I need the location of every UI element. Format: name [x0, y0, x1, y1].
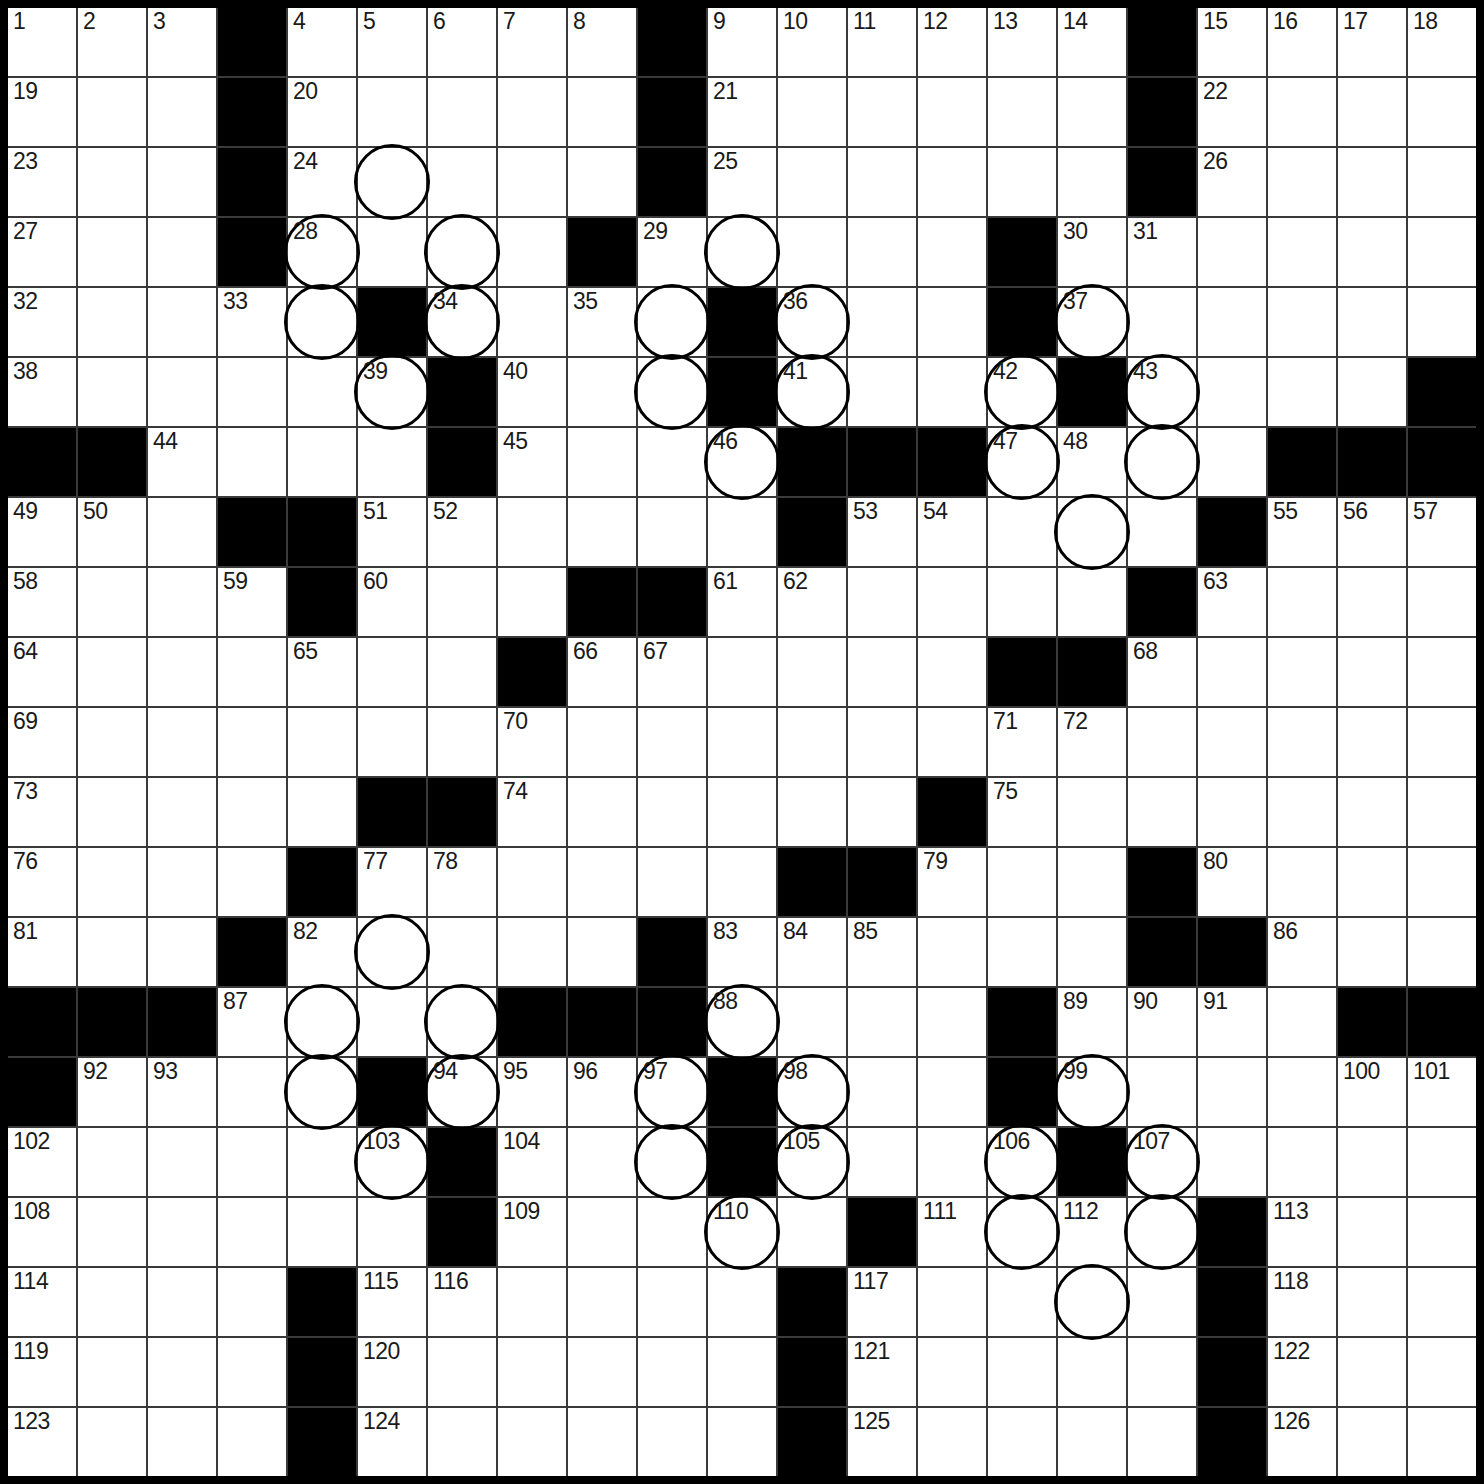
cell-r15c19[interactable]: 100	[1338, 1058, 1406, 1126]
cell-r0c12[interactable]: 11	[848, 8, 916, 76]
cell-r20c14[interactable]	[988, 1408, 1056, 1476]
cell-r5c3[interactable]	[218, 358, 286, 426]
cell-r11c17[interactable]	[1198, 778, 1266, 846]
cell-r2c8[interactable]	[568, 148, 636, 216]
cell-r4c19[interactable]	[1338, 288, 1406, 356]
cell-r7c9[interactable]	[638, 498, 706, 566]
cell-r20c16[interactable]	[1128, 1408, 1196, 1476]
cell-r13c8[interactable]	[568, 918, 636, 986]
cell-r1c13[interactable]	[918, 78, 986, 146]
cell-r15c12[interactable]	[848, 1058, 916, 1126]
cell-r11c10[interactable]	[708, 778, 776, 846]
cell-r3c1[interactable]	[78, 218, 146, 286]
cell-r8c10[interactable]: 61	[708, 568, 776, 636]
cell-r17c14[interactable]	[988, 1198, 1056, 1266]
cell-r9c8[interactable]: 66	[568, 638, 636, 706]
cell-r17c16[interactable]	[1128, 1198, 1196, 1266]
cell-r3c17[interactable]	[1198, 218, 1266, 286]
cell-r9c13[interactable]	[918, 638, 986, 706]
cell-r0c17[interactable]: 15	[1198, 8, 1266, 76]
cell-r2c20[interactable]	[1408, 148, 1476, 216]
cell-r3c12[interactable]	[848, 218, 916, 286]
cell-r0c14[interactable]: 13	[988, 8, 1056, 76]
cell-r16c18[interactable]	[1268, 1128, 1336, 1196]
cell-r19c6[interactable]	[428, 1338, 496, 1406]
cell-r18c1[interactable]	[78, 1268, 146, 1336]
cell-r7c0[interactable]: 49	[8, 498, 76, 566]
cell-r0c15[interactable]: 14	[1058, 8, 1126, 76]
cell-r7c2[interactable]	[148, 498, 216, 566]
cell-r6c15[interactable]: 48	[1058, 428, 1126, 496]
cell-r16c14[interactable]: 106	[988, 1128, 1056, 1196]
cell-r9c19[interactable]	[1338, 638, 1406, 706]
cell-r4c17[interactable]	[1198, 288, 1266, 356]
cell-r13c6[interactable]	[428, 918, 496, 986]
cell-r13c19[interactable]	[1338, 918, 1406, 986]
cell-r18c19[interactable]	[1338, 1268, 1406, 1336]
cell-r6c9[interactable]	[638, 428, 706, 496]
cell-r20c15[interactable]	[1058, 1408, 1126, 1476]
cell-r11c1[interactable]	[78, 778, 146, 846]
cell-r2c15[interactable]	[1058, 148, 1126, 216]
cell-r2c5[interactable]	[358, 148, 426, 216]
cell-r20c8[interactable]	[568, 1408, 636, 1476]
cell-r0c4[interactable]: 4	[288, 8, 356, 76]
cell-r14c3[interactable]: 87	[218, 988, 286, 1056]
cell-r10c10[interactable]	[708, 708, 776, 776]
cell-r18c18[interactable]: 118	[1268, 1268, 1336, 1336]
cell-r1c0[interactable]: 19	[8, 78, 76, 146]
cell-r19c9[interactable]	[638, 1338, 706, 1406]
cell-r17c19[interactable]	[1338, 1198, 1406, 1266]
cell-r13c11[interactable]: 84	[778, 918, 846, 986]
cell-r9c0[interactable]: 64	[8, 638, 76, 706]
cell-r9c12[interactable]	[848, 638, 916, 706]
cell-r18c20[interactable]	[1408, 1268, 1476, 1336]
cell-r5c1[interactable]	[78, 358, 146, 426]
cell-r16c4[interactable]	[288, 1128, 356, 1196]
cell-r1c8[interactable]	[568, 78, 636, 146]
cell-r1c18[interactable]	[1268, 78, 1336, 146]
cell-r4c18[interactable]	[1268, 288, 1336, 356]
cell-r19c0[interactable]: 119	[8, 1338, 76, 1406]
cell-r20c18[interactable]: 126	[1268, 1408, 1336, 1476]
cell-r14c5[interactable]	[358, 988, 426, 1056]
cell-r17c7[interactable]: 109	[498, 1198, 566, 1266]
cell-r16c3[interactable]	[218, 1128, 286, 1196]
cell-r0c0[interactable]: 1	[8, 8, 76, 76]
cell-r8c19[interactable]	[1338, 568, 1406, 636]
cell-r11c7[interactable]: 74	[498, 778, 566, 846]
cell-r18c16[interactable]	[1128, 1268, 1196, 1336]
cell-r2c11[interactable]	[778, 148, 846, 216]
cell-r8c12[interactable]	[848, 568, 916, 636]
cell-r12c18[interactable]	[1268, 848, 1336, 916]
cell-r7c16[interactable]	[1128, 498, 1196, 566]
cell-r20c9[interactable]	[638, 1408, 706, 1476]
cell-r12c14[interactable]	[988, 848, 1056, 916]
cell-r10c4[interactable]	[288, 708, 356, 776]
cell-r1c6[interactable]	[428, 78, 496, 146]
cell-r2c7[interactable]	[498, 148, 566, 216]
cell-r12c1[interactable]	[78, 848, 146, 916]
cell-r6c8[interactable]	[568, 428, 636, 496]
cell-r15c9[interactable]: 97	[638, 1058, 706, 1126]
cell-r5c5[interactable]: 39	[358, 358, 426, 426]
cell-r6c16[interactable]	[1128, 428, 1196, 496]
cell-r20c1[interactable]	[78, 1408, 146, 1476]
cell-r16c19[interactable]	[1338, 1128, 1406, 1196]
cell-r14c18[interactable]	[1268, 988, 1336, 1056]
cell-r15c16[interactable]	[1128, 1058, 1196, 1126]
cell-r2c13[interactable]	[918, 148, 986, 216]
cell-r7c19[interactable]: 56	[1338, 498, 1406, 566]
cell-r15c7[interactable]: 95	[498, 1058, 566, 1126]
cell-r2c12[interactable]	[848, 148, 916, 216]
cell-r12c3[interactable]	[218, 848, 286, 916]
cell-r19c3[interactable]	[218, 1338, 286, 1406]
cell-r2c6[interactable]	[428, 148, 496, 216]
cell-r12c7[interactable]	[498, 848, 566, 916]
cell-r16c11[interactable]: 105	[778, 1128, 846, 1196]
cell-r17c20[interactable]	[1408, 1198, 1476, 1266]
cell-r1c2[interactable]	[148, 78, 216, 146]
cell-r10c17[interactable]	[1198, 708, 1266, 776]
cell-r8c5[interactable]: 60	[358, 568, 426, 636]
cell-r3c18[interactable]	[1268, 218, 1336, 286]
cell-r11c3[interactable]	[218, 778, 286, 846]
cell-r7c6[interactable]: 52	[428, 498, 496, 566]
cell-r6c4[interactable]	[288, 428, 356, 496]
cell-r3c9[interactable]: 29	[638, 218, 706, 286]
cell-r7c12[interactable]: 53	[848, 498, 916, 566]
cell-r3c5[interactable]	[358, 218, 426, 286]
cell-r13c4[interactable]: 82	[288, 918, 356, 986]
cell-r10c15[interactable]: 72	[1058, 708, 1126, 776]
cell-r10c16[interactable]	[1128, 708, 1196, 776]
cell-r5c2[interactable]	[148, 358, 216, 426]
cell-r3c15[interactable]: 30	[1058, 218, 1126, 286]
cell-r4c13[interactable]	[918, 288, 986, 356]
cell-r17c1[interactable]	[78, 1198, 146, 1266]
cell-r16c7[interactable]: 104	[498, 1128, 566, 1196]
cell-r5c14[interactable]: 42	[988, 358, 1056, 426]
cell-r1c1[interactable]	[78, 78, 146, 146]
cell-r8c6[interactable]	[428, 568, 496, 636]
cell-r20c20[interactable]	[1408, 1408, 1476, 1476]
cell-r13c13[interactable]	[918, 918, 986, 986]
cell-r1c15[interactable]	[1058, 78, 1126, 146]
cell-r15c13[interactable]	[918, 1058, 986, 1126]
cell-r1c10[interactable]: 21	[708, 78, 776, 146]
cell-r19c12[interactable]: 121	[848, 1338, 916, 1406]
cell-r16c17[interactable]	[1198, 1128, 1266, 1196]
cell-r19c13[interactable]	[918, 1338, 986, 1406]
cell-r6c3[interactable]	[218, 428, 286, 496]
cell-r19c20[interactable]	[1408, 1338, 1476, 1406]
cell-r2c4[interactable]: 24	[288, 148, 356, 216]
cell-r1c17[interactable]: 22	[1198, 78, 1266, 146]
cell-r14c15[interactable]: 89	[1058, 988, 1126, 1056]
cell-r13c1[interactable]	[78, 918, 146, 986]
cell-r6c7[interactable]: 45	[498, 428, 566, 496]
cell-r7c18[interactable]: 55	[1268, 498, 1336, 566]
cell-r5c13[interactable]	[918, 358, 986, 426]
cell-r4c20[interactable]	[1408, 288, 1476, 356]
cell-r18c15[interactable]	[1058, 1268, 1126, 1336]
cell-r8c0[interactable]: 58	[8, 568, 76, 636]
cell-r9c16[interactable]: 68	[1128, 638, 1196, 706]
cell-r9c11[interactable]	[778, 638, 846, 706]
cell-r8c20[interactable]	[1408, 568, 1476, 636]
cell-r13c2[interactable]	[148, 918, 216, 986]
cell-r15c4[interactable]	[288, 1058, 356, 1126]
cell-r3c7[interactable]	[498, 218, 566, 286]
cell-r12c17[interactable]: 80	[1198, 848, 1266, 916]
cell-r10c1[interactable]	[78, 708, 146, 776]
cell-r1c14[interactable]	[988, 78, 1056, 146]
cell-r17c11[interactable]	[778, 1198, 846, 1266]
cell-r15c3[interactable]	[218, 1058, 286, 1126]
cell-r5c8[interactable]	[568, 358, 636, 426]
cell-r10c14[interactable]: 71	[988, 708, 1056, 776]
cell-r11c11[interactable]	[778, 778, 846, 846]
cell-r14c16[interactable]: 90	[1128, 988, 1196, 1056]
cell-r12c0[interactable]: 76	[8, 848, 76, 916]
cell-r1c12[interactable]	[848, 78, 916, 146]
cell-r14c13[interactable]	[918, 988, 986, 1056]
cell-r14c6[interactable]	[428, 988, 496, 1056]
cell-r19c18[interactable]: 122	[1268, 1338, 1336, 1406]
cell-r20c12[interactable]: 125	[848, 1408, 916, 1476]
cell-r12c20[interactable]	[1408, 848, 1476, 916]
cell-r12c15[interactable]	[1058, 848, 1126, 916]
cell-r16c5[interactable]: 103	[358, 1128, 426, 1196]
cell-r6c2[interactable]: 44	[148, 428, 216, 496]
cell-r16c8[interactable]	[568, 1128, 636, 1196]
cell-r13c0[interactable]: 81	[8, 918, 76, 986]
cell-r19c7[interactable]	[498, 1338, 566, 1406]
cell-r1c11[interactable]	[778, 78, 846, 146]
cell-r0c5[interactable]: 5	[358, 8, 426, 76]
cell-r12c19[interactable]	[1338, 848, 1406, 916]
cell-r5c9[interactable]	[638, 358, 706, 426]
cell-r1c4[interactable]: 20	[288, 78, 356, 146]
cell-r3c13[interactable]	[918, 218, 986, 286]
cell-r10c5[interactable]	[358, 708, 426, 776]
cell-r7c8[interactable]	[568, 498, 636, 566]
cell-r9c10[interactable]	[708, 638, 776, 706]
cell-r4c4[interactable]	[288, 288, 356, 356]
cell-r10c3[interactable]	[218, 708, 286, 776]
cell-r10c6[interactable]	[428, 708, 496, 776]
cell-r4c12[interactable]	[848, 288, 916, 356]
cell-r16c9[interactable]	[638, 1128, 706, 1196]
cell-r17c10[interactable]: 110	[708, 1198, 776, 1266]
cell-r18c12[interactable]: 117	[848, 1268, 916, 1336]
cell-r9c1[interactable]	[78, 638, 146, 706]
cell-r8c17[interactable]: 63	[1198, 568, 1266, 636]
cell-r0c6[interactable]: 6	[428, 8, 496, 76]
cell-r3c19[interactable]	[1338, 218, 1406, 286]
cell-r5c16[interactable]: 43	[1128, 358, 1196, 426]
cell-r15c6[interactable]: 94	[428, 1058, 496, 1126]
cell-r20c0[interactable]: 123	[8, 1408, 76, 1476]
cell-r11c0[interactable]: 73	[8, 778, 76, 846]
cell-r18c2[interactable]	[148, 1268, 216, 1336]
cell-r6c10[interactable]: 46	[708, 428, 776, 496]
cell-r3c4[interactable]: 28	[288, 218, 356, 286]
cell-r9c18[interactable]	[1268, 638, 1336, 706]
cell-r17c5[interactable]	[358, 1198, 426, 1266]
cell-r5c18[interactable]	[1268, 358, 1336, 426]
cell-r2c0[interactable]: 23	[8, 148, 76, 216]
cell-r6c17[interactable]	[1198, 428, 1266, 496]
cell-r18c13[interactable]	[918, 1268, 986, 1336]
cell-r1c19[interactable]	[1338, 78, 1406, 146]
cell-r5c17[interactable]	[1198, 358, 1266, 426]
cell-r16c13[interactable]	[918, 1128, 986, 1196]
cell-r11c2[interactable]	[148, 778, 216, 846]
cell-r19c14[interactable]	[988, 1338, 1056, 1406]
cell-r7c14[interactable]	[988, 498, 1056, 566]
cell-r16c20[interactable]	[1408, 1128, 1476, 1196]
cell-r17c9[interactable]	[638, 1198, 706, 1266]
cell-r1c20[interactable]	[1408, 78, 1476, 146]
cell-r10c8[interactable]	[568, 708, 636, 776]
cell-r3c11[interactable]	[778, 218, 846, 286]
cell-r17c8[interactable]	[568, 1198, 636, 1266]
cell-r8c11[interactable]: 62	[778, 568, 846, 636]
cell-r16c12[interactable]	[848, 1128, 916, 1196]
cell-r17c18[interactable]: 113	[1268, 1198, 1336, 1266]
cell-r4c16[interactable]	[1128, 288, 1196, 356]
cell-r2c17[interactable]: 26	[1198, 148, 1266, 216]
cell-r20c13[interactable]	[918, 1408, 986, 1476]
cell-r18c9[interactable]	[638, 1268, 706, 1336]
cell-r16c0[interactable]: 102	[8, 1128, 76, 1196]
cell-r19c19[interactable]	[1338, 1338, 1406, 1406]
cell-r11c16[interactable]	[1128, 778, 1196, 846]
cell-r12c13[interactable]: 79	[918, 848, 986, 916]
cell-r12c10[interactable]	[708, 848, 776, 916]
cell-r15c18[interactable]	[1268, 1058, 1336, 1126]
cell-r6c14[interactable]: 47	[988, 428, 1056, 496]
cell-r14c17[interactable]: 91	[1198, 988, 1266, 1056]
cell-r3c0[interactable]: 27	[8, 218, 76, 286]
cell-r12c8[interactable]	[568, 848, 636, 916]
cell-r2c19[interactable]	[1338, 148, 1406, 216]
cell-r3c10[interactable]	[708, 218, 776, 286]
cell-r18c10[interactable]	[708, 1268, 776, 1336]
cell-r14c11[interactable]	[778, 988, 846, 1056]
cell-r20c6[interactable]	[428, 1408, 496, 1476]
cell-r11c12[interactable]	[848, 778, 916, 846]
cell-r5c7[interactable]: 40	[498, 358, 566, 426]
cell-r15c11[interactable]: 98	[778, 1058, 846, 1126]
cell-r0c2[interactable]: 3	[148, 8, 216, 76]
cell-r10c19[interactable]	[1338, 708, 1406, 776]
cell-r18c8[interactable]	[568, 1268, 636, 1336]
cell-r5c0[interactable]: 38	[8, 358, 76, 426]
cell-r18c3[interactable]	[218, 1268, 286, 1336]
cell-r0c13[interactable]: 12	[918, 8, 986, 76]
cell-r14c12[interactable]	[848, 988, 916, 1056]
cell-r3c2[interactable]	[148, 218, 216, 286]
cell-r18c0[interactable]: 114	[8, 1268, 76, 1336]
cell-r11c14[interactable]: 75	[988, 778, 1056, 846]
cell-r6c5[interactable]	[358, 428, 426, 496]
cell-r11c18[interactable]	[1268, 778, 1336, 846]
cell-r1c7[interactable]	[498, 78, 566, 146]
cell-r11c9[interactable]	[638, 778, 706, 846]
cell-r18c14[interactable]	[988, 1268, 1056, 1336]
cell-r0c20[interactable]: 18	[1408, 8, 1476, 76]
cell-r9c6[interactable]	[428, 638, 496, 706]
cell-r13c20[interactable]	[1408, 918, 1476, 986]
cell-r3c6[interactable]	[428, 218, 496, 286]
cell-r5c11[interactable]: 41	[778, 358, 846, 426]
cell-r19c15[interactable]	[1058, 1338, 1126, 1406]
cell-r4c9[interactable]	[638, 288, 706, 356]
cell-r15c2[interactable]: 93	[148, 1058, 216, 1126]
cell-r8c18[interactable]	[1268, 568, 1336, 636]
cell-r9c3[interactable]	[218, 638, 286, 706]
cell-r7c20[interactable]: 57	[1408, 498, 1476, 566]
cell-r10c11[interactable]	[778, 708, 846, 776]
cell-r9c20[interactable]	[1408, 638, 1476, 706]
cell-r16c16[interactable]: 107	[1128, 1128, 1196, 1196]
cell-r13c10[interactable]: 83	[708, 918, 776, 986]
cell-r7c5[interactable]: 51	[358, 498, 426, 566]
cell-r18c6[interactable]: 116	[428, 1268, 496, 1336]
cell-r7c7[interactable]	[498, 498, 566, 566]
cell-r13c15[interactable]	[1058, 918, 1126, 986]
cell-r2c1[interactable]	[78, 148, 146, 216]
cell-r16c2[interactable]	[148, 1128, 216, 1196]
cell-r0c10[interactable]: 9	[708, 8, 776, 76]
cell-r13c5[interactable]	[358, 918, 426, 986]
cell-r8c15[interactable]	[1058, 568, 1126, 636]
cell-r9c2[interactable]	[148, 638, 216, 706]
cell-r19c10[interactable]	[708, 1338, 776, 1406]
cell-r13c12[interactable]: 85	[848, 918, 916, 986]
cell-r11c20[interactable]	[1408, 778, 1476, 846]
cell-r12c9[interactable]	[638, 848, 706, 916]
cell-r20c2[interactable]	[148, 1408, 216, 1476]
cell-r4c6[interactable]: 34	[428, 288, 496, 356]
cell-r7c13[interactable]: 54	[918, 498, 986, 566]
cell-r4c15[interactable]: 37	[1058, 288, 1126, 356]
cell-r0c18[interactable]: 16	[1268, 8, 1336, 76]
cell-r5c4[interactable]	[288, 358, 356, 426]
cell-r17c2[interactable]	[148, 1198, 216, 1266]
cell-r10c7[interactable]: 70	[498, 708, 566, 776]
cell-r2c2[interactable]	[148, 148, 216, 216]
cell-r10c20[interactable]	[1408, 708, 1476, 776]
cell-r4c1[interactable]	[78, 288, 146, 356]
cell-r2c18[interactable]	[1268, 148, 1336, 216]
cell-r11c15[interactable]	[1058, 778, 1126, 846]
cell-r4c3[interactable]: 33	[218, 288, 286, 356]
cell-r8c2[interactable]	[148, 568, 216, 636]
cell-r4c7[interactable]	[498, 288, 566, 356]
cell-r3c16[interactable]: 31	[1128, 218, 1196, 286]
cell-r14c4[interactable]	[288, 988, 356, 1056]
cell-r8c13[interactable]	[918, 568, 986, 636]
cell-r19c1[interactable]	[78, 1338, 146, 1406]
cell-r9c4[interactable]: 65	[288, 638, 356, 706]
